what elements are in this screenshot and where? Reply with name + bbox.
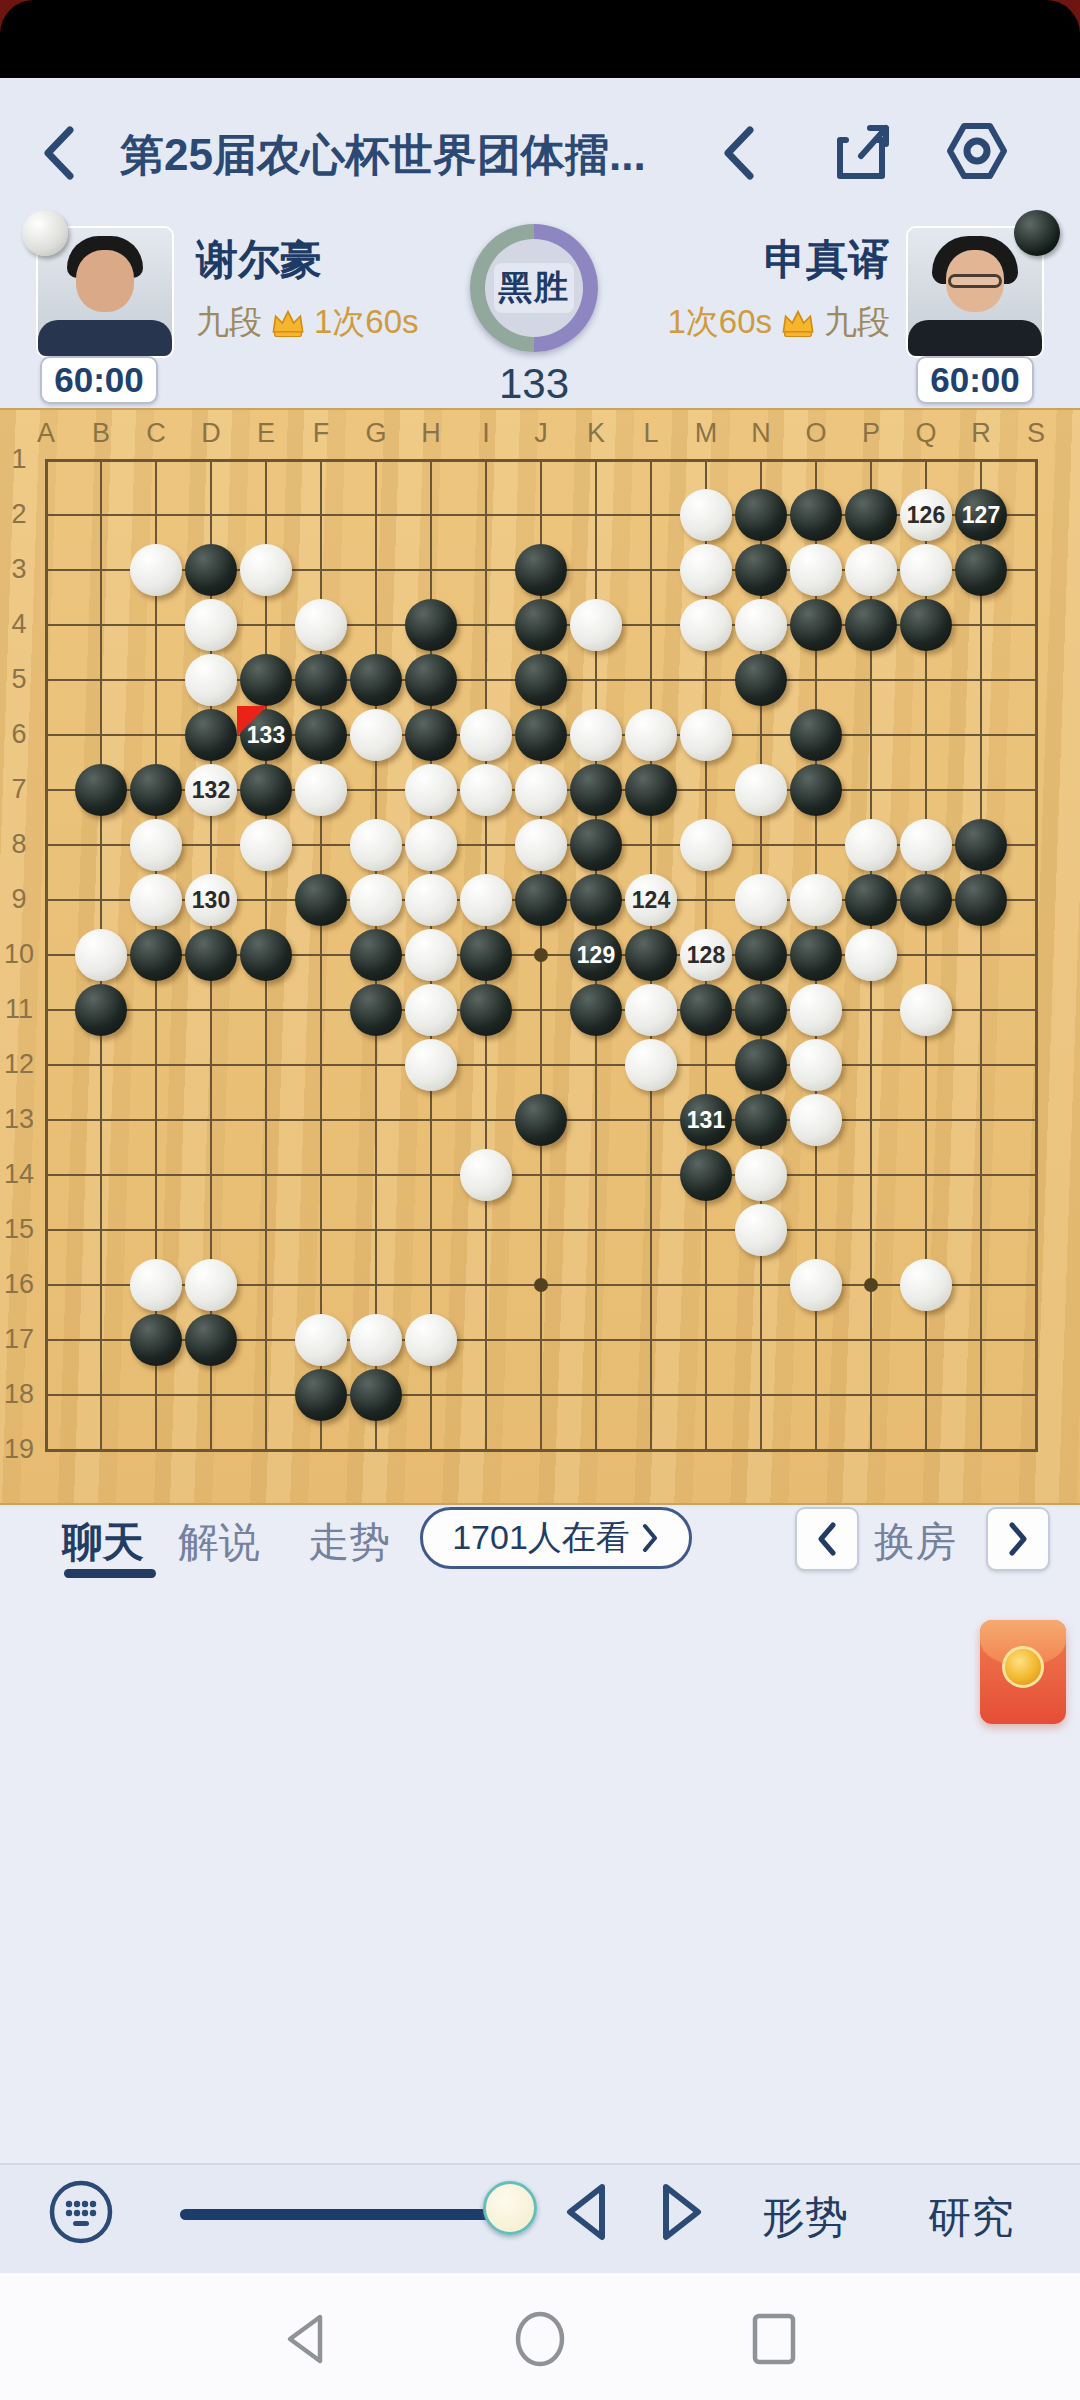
go-stone-J13 (515, 1094, 567, 1146)
research-button[interactable]: 研究 (928, 2189, 1014, 2247)
go-stone-E7 (240, 764, 292, 816)
right-player-rank: 九段 (824, 300, 890, 345)
go-stone-I9 (460, 874, 512, 926)
coordinate-letter: J (521, 418, 561, 449)
coordinate-letter: S (1016, 418, 1056, 449)
go-stone-E8 (240, 819, 292, 871)
go-stone-N10 (735, 929, 787, 981)
app-screen: 第25届农心杯世界团体擂... 60:00 谢尔豪 九段 1次60s 黑胜 (0, 0, 1080, 2400)
go-stone-I6 (460, 709, 512, 761)
go-stone-K6 (570, 709, 622, 761)
go-stone-K7 (570, 764, 622, 816)
go-stone-Q11 (900, 984, 952, 1036)
move-number-label: 126 (907, 504, 945, 527)
room-prev-button[interactable] (795, 1507, 859, 1571)
coordinate-letter: M (686, 418, 726, 449)
coordinate-letter: H (411, 418, 451, 449)
coordinate-letter: D (191, 418, 231, 449)
left-player-time-control: 1次60s (314, 300, 419, 345)
go-stone-L7 (625, 764, 677, 816)
coordinate-number: 8 (0, 829, 38, 860)
go-stone-N11 (735, 984, 787, 1036)
coordinate-number: 11 (0, 994, 38, 1025)
coordinate-letter: K (576, 418, 616, 449)
coordinate-letter: N (741, 418, 781, 449)
go-stone-C7 (130, 764, 182, 816)
go-stone-C9 (130, 874, 182, 926)
emoji-keyboard-icon[interactable] (48, 2179, 114, 2245)
left-player-info: 九段 1次60s (196, 300, 419, 345)
page-title: 第25届农心杯世界团体擂... (120, 126, 680, 185)
go-stone-G10 (350, 929, 402, 981)
right-player-name: 申真谞 (764, 232, 890, 288)
move-number-label: 131 (687, 1109, 725, 1132)
prev-move-icon[interactable] (556, 2179, 622, 2245)
left-avatar-suit (38, 320, 172, 356)
grid-line (1035, 459, 1038, 1452)
go-stone-J5 (515, 654, 567, 706)
go-stone-F4 (295, 599, 347, 651)
coordinate-number: 2 (0, 499, 38, 530)
go-stone-D9: 130 (185, 874, 237, 926)
record-icon[interactable] (944, 118, 1010, 184)
go-stone-K4 (570, 599, 622, 651)
result-ring: 黑胜 (470, 224, 598, 352)
crown-icon (270, 307, 306, 339)
go-stone-H4 (405, 599, 457, 651)
go-stone-M10: 128 (680, 929, 732, 981)
go-stone-O11 (790, 984, 842, 1036)
coordinate-letter: Q (906, 418, 946, 449)
coordinate-letter: L (631, 418, 671, 449)
coordinate-number: 13 (0, 1104, 38, 1135)
go-stone-H11 (405, 984, 457, 1036)
go-stone-M14 (680, 1149, 732, 1201)
coordinate-number: 10 (0, 939, 38, 970)
go-stone-Q8 (900, 819, 952, 871)
go-stone-N15 (735, 1204, 787, 1256)
move-slider-knob[interactable] (483, 2181, 537, 2235)
go-stone-J4 (515, 599, 567, 651)
gold-coin-icon (1002, 1646, 1044, 1688)
move-number-label: 132 (192, 779, 230, 802)
go-stone-J8 (515, 819, 567, 871)
go-stone-N5 (735, 654, 787, 706)
go-stone-I14 (460, 1149, 512, 1201)
left-avatar-face (76, 250, 134, 312)
go-stone-L6 (625, 709, 677, 761)
grid-line (980, 459, 982, 1452)
go-stone-H5 (405, 654, 457, 706)
go-stone-F18 (295, 1369, 347, 1421)
shape-analysis-button[interactable]: 形势 (762, 2189, 848, 2247)
android-nav-bar (0, 2273, 1080, 2400)
go-stone-D4 (185, 599, 237, 651)
go-stone-J3 (515, 544, 567, 596)
go-stone-F9 (295, 874, 347, 926)
right-player-time-control: 1次60s (667, 300, 772, 345)
go-stone-G9 (350, 874, 402, 926)
go-stone-Q9 (900, 874, 952, 926)
coordinate-letter: C (136, 418, 176, 449)
coordinate-letter: O (796, 418, 836, 449)
go-stone-F7 (295, 764, 347, 816)
go-stone-J6 (515, 709, 567, 761)
go-stone-P8 (845, 819, 897, 871)
nav-back-icon[interactable] (280, 2311, 332, 2367)
go-stone-F6 (295, 709, 347, 761)
crown-icon (780, 307, 816, 339)
coordinate-letter: G (356, 418, 396, 449)
go-stone-D6 (185, 709, 237, 761)
go-stone-L11 (625, 984, 677, 1036)
coordinate-letter: E (246, 418, 286, 449)
coordinate-number: 6 (0, 719, 38, 750)
tab-commentary[interactable]: 解说 (178, 1515, 260, 1570)
go-stone-H6 (405, 709, 457, 761)
go-stone-O10 (790, 929, 842, 981)
go-stone-K11 (570, 984, 622, 1036)
grid-line (45, 1064, 1038, 1066)
go-stone-E3 (240, 544, 292, 596)
go-stone-H10 (405, 929, 457, 981)
go-stone-M3 (680, 544, 732, 596)
grid-line (45, 1229, 1038, 1231)
move-number-label: 127 (962, 504, 1000, 527)
coordinate-number: 3 (0, 554, 38, 585)
nav-recents-icon[interactable] (748, 2311, 800, 2367)
go-stone-F5 (295, 654, 347, 706)
go-stone-D17 (185, 1314, 237, 1366)
go-stone-O3 (790, 544, 842, 596)
go-stone-M2 (680, 489, 732, 541)
chevron-right-icon (1007, 1521, 1029, 1557)
go-stone-R2: 127 (955, 489, 1007, 541)
go-stone-C10 (130, 929, 182, 981)
go-stone-D7: 132 (185, 764, 237, 816)
right-avatar-glasses (948, 274, 1002, 288)
go-stone-F17 (295, 1314, 347, 1366)
go-stone-M8 (680, 819, 732, 871)
nav-home-icon[interactable] (512, 2311, 568, 2367)
back-icon[interactable] (36, 122, 82, 184)
go-stone-C16 (130, 1259, 182, 1311)
left-player-white-stone-icon (22, 210, 68, 256)
go-stone-H12 (405, 1039, 457, 1091)
result-badge: 黑胜 (494, 263, 574, 313)
status-bar (0, 0, 1080, 78)
go-stone-C8 (130, 819, 182, 871)
move-number-label: 128 (687, 944, 725, 967)
tab-chat-underline (64, 1569, 156, 1578)
coordinate-number: 19 (0, 1434, 38, 1465)
go-stone-E5 (240, 654, 292, 706)
left-player-rank: 九段 (196, 300, 262, 345)
go-stone-H9 (405, 874, 457, 926)
coordinate-number: 16 (0, 1269, 38, 1300)
go-stone-H7 (405, 764, 457, 816)
go-stone-M4 (680, 599, 732, 651)
go-stone-G6 (350, 709, 402, 761)
go-stone-Q2: 126 (900, 489, 952, 541)
title-bar: 第25届农心杯世界团体擂... (0, 108, 1080, 198)
go-stone-R9 (955, 874, 1007, 926)
go-stone-G18 (350, 1369, 402, 1421)
tab-chat[interactable]: 聊天 (62, 1515, 144, 1570)
move-number-label: 129 (577, 944, 615, 967)
go-stone-O6 (790, 709, 842, 761)
go-stone-P10 (845, 929, 897, 981)
go-stone-Q3 (900, 544, 952, 596)
go-stone-P9 (845, 874, 897, 926)
go-stone-H8 (405, 819, 457, 871)
go-stone-N2 (735, 489, 787, 541)
go-stone-O7 (790, 764, 842, 816)
go-stone-H17 (405, 1314, 457, 1366)
move-slider-track[interactable] (180, 2209, 510, 2220)
go-stone-P2 (845, 489, 897, 541)
coordinate-letter: B (81, 418, 121, 449)
go-stone-E10 (240, 929, 292, 981)
coordinate-letter: R (961, 418, 1001, 449)
coordinate-letter: I (466, 418, 506, 449)
go-stone-B7 (75, 764, 127, 816)
room-next-button[interactable] (986, 1507, 1050, 1571)
coordinate-number: 4 (0, 609, 38, 640)
chevron-right-icon (640, 1522, 660, 1554)
grid-line (45, 1009, 1038, 1011)
go-stone-O16 (790, 1259, 842, 1311)
left-player-name: 谢尔豪 (196, 232, 322, 288)
right-avatar-suit (908, 320, 1042, 356)
move-number-label: 130 (192, 889, 230, 912)
coordinate-number: 18 (0, 1379, 38, 1410)
go-stone-O4 (790, 599, 842, 651)
go-stone-M11 (680, 984, 732, 1036)
content-panel: 聊天 解说 走势 1701人在看 换房 (0, 1507, 1080, 2163)
go-stone-D16 (185, 1259, 237, 1311)
bottom-toolbar: 形势 研究 (0, 2163, 1080, 2273)
result-ring-inner: 黑胜 (485, 239, 583, 337)
go-stone-N13 (735, 1094, 787, 1146)
go-stone-O13 (790, 1094, 842, 1146)
go-board[interactable]: ABCDEFGHIJKLMNOPQRS123456789101112131415… (0, 408, 1080, 1505)
go-stone-G17 (350, 1314, 402, 1366)
go-stone-R3 (955, 544, 1007, 596)
coordinate-number: 14 (0, 1159, 38, 1190)
share-icon[interactable] (832, 118, 894, 184)
star-point (534, 948, 548, 962)
go-stone-B11 (75, 984, 127, 1036)
star-point (864, 1278, 878, 1292)
go-stone-D5 (185, 654, 237, 706)
coordinate-number: 5 (0, 664, 38, 695)
move-number-label: 124 (632, 889, 670, 912)
go-stone-C3 (130, 544, 182, 596)
star-point (534, 1278, 548, 1292)
go-stone-P3 (845, 544, 897, 596)
grid-line (45, 1174, 1038, 1176)
right-player-black-stone-icon (1014, 210, 1060, 256)
room-switch-label: 换房 (874, 1515, 956, 1570)
go-stone-O12 (790, 1039, 842, 1091)
go-stone-N7 (735, 764, 787, 816)
go-stone-N9 (735, 874, 787, 926)
go-stone-I10 (460, 929, 512, 981)
go-stone-N4 (735, 599, 787, 651)
chevron-left-icon (816, 1521, 838, 1557)
go-stone-M13: 131 (680, 1094, 732, 1146)
prev-board-icon[interactable] (716, 122, 762, 184)
go-stone-P4 (845, 599, 897, 651)
red-envelope-button[interactable] (980, 1620, 1066, 1724)
go-stone-B10 (75, 929, 127, 981)
go-stone-Q4 (900, 599, 952, 651)
go-stone-L9: 124 (625, 874, 677, 926)
coordinate-number: 7 (0, 774, 38, 805)
go-stone-K9 (570, 874, 622, 926)
move-count: 133 (470, 360, 598, 408)
go-stone-I11 (460, 984, 512, 1036)
coordinate-letter: F (301, 418, 341, 449)
grid-line (45, 1449, 1038, 1452)
right-player-info: 1次60s 九段 (667, 300, 890, 345)
go-stone-N14 (735, 1149, 787, 1201)
go-stone-L12 (625, 1039, 677, 1091)
go-stone-R8 (955, 819, 1007, 871)
go-stone-M6 (680, 709, 732, 761)
coordinate-number: 12 (0, 1049, 38, 1080)
viewers-pill[interactable]: 1701人在看 (420, 1507, 692, 1569)
go-stone-K8 (570, 819, 622, 871)
next-move-icon[interactable] (646, 2179, 712, 2245)
tab-trend[interactable]: 走势 (308, 1515, 390, 1570)
go-stone-G5 (350, 654, 402, 706)
go-stone-O9 (790, 874, 842, 926)
go-stone-D10 (185, 929, 237, 981)
coordinate-letter: P (851, 418, 891, 449)
last-move-marker (237, 706, 267, 736)
right-player-clock: 60:00 (916, 356, 1034, 404)
viewers-count: 1701人在看 (452, 1515, 630, 1561)
coordinate-number: 1 (0, 444, 38, 475)
grid-line (45, 1394, 1038, 1396)
go-stone-G11 (350, 984, 402, 1036)
go-stone-N12 (735, 1039, 787, 1091)
go-stone-J9 (515, 874, 567, 926)
go-stone-O2 (790, 489, 842, 541)
go-stone-N3 (735, 544, 787, 596)
go-stone-D3 (185, 544, 237, 596)
go-stone-G8 (350, 819, 402, 871)
go-stone-C17 (130, 1314, 182, 1366)
go-stone-Q16 (900, 1259, 952, 1311)
coordinate-number: 17 (0, 1324, 38, 1355)
go-stone-I7 (460, 764, 512, 816)
coordinate-number: 15 (0, 1214, 38, 1245)
left-player-clock: 60:00 (40, 356, 158, 404)
coordinate-number: 9 (0, 884, 38, 915)
go-stone-L10 (625, 929, 677, 981)
go-stone-J7 (515, 764, 567, 816)
go-stone-K10: 129 (570, 929, 622, 981)
